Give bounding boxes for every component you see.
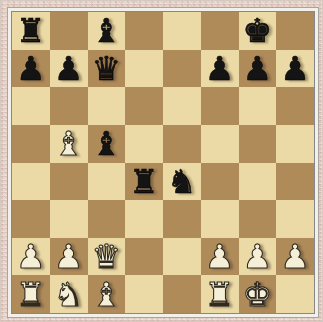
square-f3[interactable] (201, 200, 239, 238)
piece-black-pawn[interactable]: ♟ (280, 52, 310, 85)
piece-white-pawn[interactable]: ♟ (205, 240, 235, 273)
square-f7[interactable]: ♟ (201, 50, 239, 88)
square-h2[interactable]: ♟ (276, 238, 314, 276)
square-g5[interactable] (239, 125, 277, 163)
piece-white-king[interactable]: ♚ (243, 278, 273, 311)
square-d5[interactable] (125, 125, 163, 163)
square-e2[interactable] (163, 238, 201, 276)
square-c5[interactable]: ♝ (88, 125, 126, 163)
square-e8[interactable] (163, 12, 201, 50)
piece-black-queen[interactable]: ♛ (92, 52, 122, 85)
piece-black-bishop[interactable]: ♝ (92, 127, 122, 160)
square-a3[interactable] (12, 200, 50, 238)
square-f4[interactable] (201, 163, 239, 201)
square-h5[interactable] (276, 125, 314, 163)
piece-white-pawn[interactable]: ♟ (243, 240, 273, 273)
square-f1[interactable]: ♜ (201, 275, 239, 313)
chess-board: ♜♝♚♟♟♛♟♟♟♝♝♜♞♟♟♛♟♟♟♜♞♝♜♚ (11, 11, 315, 314)
piece-black-rook[interactable]: ♜ (129, 165, 159, 198)
square-e1[interactable] (163, 275, 201, 313)
piece-black-rook[interactable]: ♜ (16, 14, 46, 47)
square-a1[interactable]: ♜ (12, 275, 50, 313)
piece-black-pawn[interactable]: ♟ (16, 52, 46, 85)
square-a2[interactable]: ♟ (12, 238, 50, 276)
square-g8[interactable]: ♚ (239, 12, 277, 50)
square-g6[interactable] (239, 87, 277, 125)
square-d8[interactable] (125, 12, 163, 50)
piece-black-pawn[interactable]: ♟ (54, 52, 84, 85)
piece-white-pawn[interactable]: ♟ (16, 240, 46, 273)
square-c3[interactable] (88, 200, 126, 238)
square-e7[interactable] (163, 50, 201, 88)
square-a8[interactable]: ♜ (12, 12, 50, 50)
chess-diagram-frame: ♜♝♚♟♟♛♟♟♟♝♝♜♞♟♟♛♟♟♟♜♞♝♜♚ (0, 0, 323, 322)
square-c4[interactable] (88, 163, 126, 201)
piece-white-bishop[interactable]: ♝ (92, 278, 122, 311)
piece-black-pawn[interactable]: ♟ (243, 52, 273, 85)
square-f5[interactable] (201, 125, 239, 163)
square-g2[interactable]: ♟ (239, 238, 277, 276)
square-b7[interactable]: ♟ (50, 50, 88, 88)
square-b2[interactable]: ♟ (50, 238, 88, 276)
square-d7[interactable] (125, 50, 163, 88)
square-g4[interactable] (239, 163, 277, 201)
square-d4[interactable]: ♜ (125, 163, 163, 201)
square-e5[interactable] (163, 125, 201, 163)
square-h6[interactable] (276, 87, 314, 125)
square-h7[interactable]: ♟ (276, 50, 314, 88)
square-b8[interactable] (50, 12, 88, 50)
square-a4[interactable] (12, 163, 50, 201)
square-a7[interactable]: ♟ (12, 50, 50, 88)
square-a5[interactable] (12, 125, 50, 163)
square-h3[interactable] (276, 200, 314, 238)
square-b1[interactable]: ♞ (50, 275, 88, 313)
square-a6[interactable] (12, 87, 50, 125)
square-b4[interactable] (50, 163, 88, 201)
piece-white-queen[interactable]: ♛ (92, 240, 122, 273)
square-e4[interactable]: ♞ (163, 163, 201, 201)
square-e6[interactable] (163, 87, 201, 125)
square-f6[interactable] (201, 87, 239, 125)
square-h4[interactable] (276, 163, 314, 201)
piece-black-pawn[interactable]: ♟ (205, 52, 235, 85)
square-d6[interactable] (125, 87, 163, 125)
piece-black-king[interactable]: ♚ (243, 14, 273, 47)
square-b6[interactable] (50, 87, 88, 125)
piece-white-bishop[interactable]: ♝ (54, 127, 84, 160)
square-b3[interactable] (50, 200, 88, 238)
piece-white-knight[interactable]: ♞ (54, 278, 84, 311)
square-d1[interactable] (125, 275, 163, 313)
square-h1[interactable] (276, 275, 314, 313)
square-c2[interactable]: ♛ (88, 238, 126, 276)
square-d3[interactable] (125, 200, 163, 238)
piece-white-pawn[interactable]: ♟ (280, 240, 310, 273)
piece-black-bishop[interactable]: ♝ (92, 14, 122, 47)
square-c7[interactable]: ♛ (88, 50, 126, 88)
square-h8[interactable] (276, 12, 314, 50)
square-f2[interactable]: ♟ (201, 238, 239, 276)
piece-black-knight[interactable]: ♞ (167, 165, 197, 198)
square-c1[interactable]: ♝ (88, 275, 126, 313)
square-d2[interactable] (125, 238, 163, 276)
square-c8[interactable]: ♝ (88, 12, 126, 50)
square-g1[interactable]: ♚ (239, 275, 277, 313)
piece-white-rook[interactable]: ♜ (205, 278, 235, 311)
square-g7[interactable]: ♟ (239, 50, 277, 88)
square-f8[interactable] (201, 12, 239, 50)
square-e3[interactable] (163, 200, 201, 238)
piece-white-pawn[interactable]: ♟ (54, 240, 84, 273)
square-c6[interactable] (88, 87, 126, 125)
piece-white-rook[interactable]: ♜ (16, 278, 46, 311)
square-g3[interactable] (239, 200, 277, 238)
square-b5[interactable]: ♝ (50, 125, 88, 163)
